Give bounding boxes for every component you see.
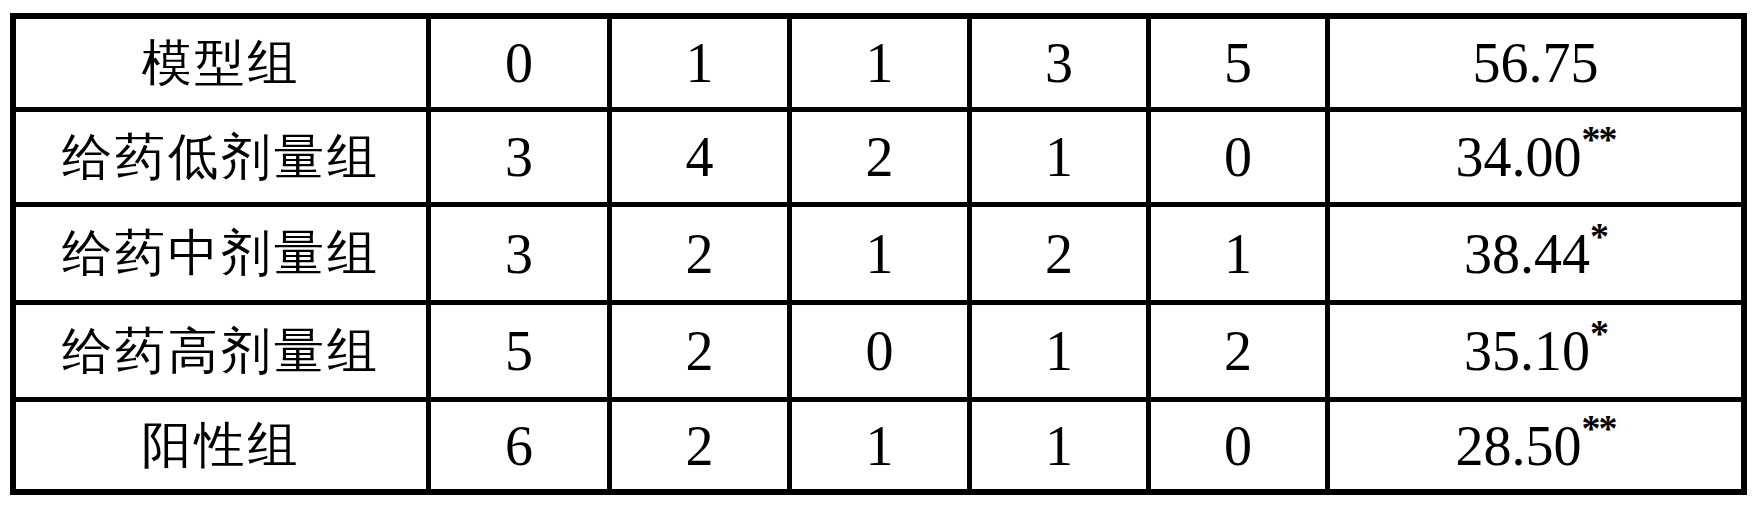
count-cell: 1 — [972, 112, 1146, 202]
result-cell: 34.00** — [1330, 112, 1741, 202]
count-cell: 0 — [1151, 112, 1325, 202]
count-cell: 0 — [431, 19, 607, 107]
result-number: 35.10 — [1464, 320, 1590, 382]
count-cell: 3 — [431, 112, 607, 202]
result-value: 28.50** — [1456, 414, 1616, 478]
count-cell: 1 — [612, 19, 787, 107]
count-cell: 2 — [612, 402, 787, 489]
count-cell: 3 — [972, 19, 1146, 107]
result-value: 35.10* — [1464, 319, 1607, 383]
result-cell: 56.75 — [1330, 19, 1741, 107]
count-cell: 0 — [1151, 402, 1325, 489]
scanned-page: 模型组0113556.75给药低剂量组3421034.00**给药中剂量组321… — [0, 0, 1764, 508]
group-label-cell: 模型组 — [16, 19, 426, 107]
count-cell: 2 — [972, 207, 1146, 300]
result-cell: 38.44* — [1330, 207, 1741, 300]
count-cell: 2 — [612, 305, 787, 397]
count-cell: 1 — [792, 19, 967, 107]
significance-marker: * — [1590, 314, 1607, 352]
count-cell: 5 — [1151, 19, 1325, 107]
count-cell: 1 — [1151, 207, 1325, 300]
count-cell: 4 — [612, 112, 787, 202]
count-cell: 2 — [1151, 305, 1325, 397]
result-value: 34.00** — [1456, 125, 1616, 189]
results-table: 模型组0113556.75给药低剂量组3421034.00**给药中剂量组321… — [10, 13, 1747, 495]
count-cell: 6 — [431, 402, 607, 489]
count-cell: 2 — [612, 207, 787, 300]
result-number: 38.44 — [1464, 223, 1590, 285]
result-value: 38.44* — [1464, 222, 1607, 286]
significance-marker: ** — [1582, 120, 1616, 158]
result-cell: 35.10* — [1330, 305, 1741, 397]
count-cell: 1 — [972, 305, 1146, 397]
result-value: 56.75 — [1473, 31, 1599, 95]
count-cell: 5 — [431, 305, 607, 397]
count-cell: 3 — [431, 207, 607, 300]
significance-marker: ** — [1582, 409, 1616, 447]
result-number: 56.75 — [1473, 32, 1599, 94]
count-cell: 0 — [792, 305, 967, 397]
group-label-cell: 给药低剂量组 — [16, 112, 426, 202]
count-cell: 1 — [972, 402, 1146, 489]
count-cell: 1 — [792, 207, 967, 300]
group-label-cell: 阳性组 — [16, 402, 426, 489]
group-label-cell: 给药中剂量组 — [16, 207, 426, 300]
group-label-cell: 给药高剂量组 — [16, 305, 426, 397]
count-cell: 1 — [792, 402, 967, 489]
count-cell: 2 — [792, 112, 967, 202]
result-number: 28.50 — [1456, 415, 1582, 477]
result-number: 34.00 — [1456, 126, 1582, 188]
result-cell: 28.50** — [1330, 402, 1741, 489]
significance-marker: * — [1590, 217, 1607, 255]
